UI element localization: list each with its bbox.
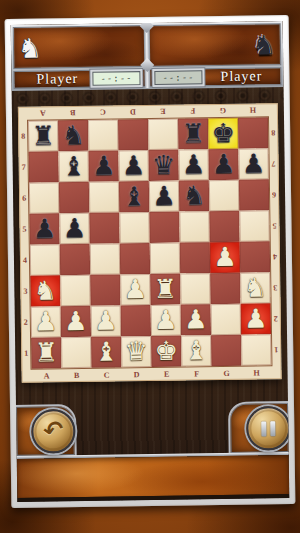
square-d4[interactable] (120, 243, 150, 274)
black-queen[interactable]: ♛ (152, 151, 176, 177)
white-player-clock: --:-- (92, 71, 140, 86)
rank-label-3: 3 (20, 276, 30, 307)
rank-label-7: 7 (268, 148, 278, 179)
file-label-c: C (88, 105, 118, 119)
file-label-a: A (31, 368, 61, 382)
file-label-g: G (211, 366, 241, 380)
rank-label-1: 1 (21, 338, 31, 369)
white-rook[interactable]: ♜ (154, 275, 178, 301)
rank-label-6: 6 (269, 179, 279, 210)
square-f2[interactable]: ♟ (181, 304, 211, 335)
square-c5[interactable] (89, 212, 119, 243)
square-h7[interactable]: ♟ (238, 148, 268, 179)
black-knight[interactable]: ♞ (61, 121, 85, 147)
square-h8[interactable] (238, 117, 268, 148)
square-b4[interactable] (60, 244, 90, 275)
square-e1[interactable]: ♚ (151, 336, 181, 367)
black-pawn[interactable]: ♟ (242, 150, 266, 176)
white-pawn[interactable]: ♟ (34, 308, 58, 334)
white-pawn[interactable]: ♟ (213, 243, 237, 269)
chess-app: ♞ ♞ Player --:-- --:-- Player (0, 0, 300, 533)
file-label-b: B (61, 368, 91, 382)
rank-label-4: 4 (20, 245, 30, 276)
black-bishop[interactable]: ♝ (62, 152, 86, 178)
square-a8[interactable]: ♜ (28, 120, 58, 151)
white-knight[interactable]: ♞ (34, 277, 58, 303)
square-f3[interactable] (180, 273, 210, 304)
white-pawn[interactable]: ♟ (184, 306, 208, 332)
file-label-g: G (208, 104, 238, 118)
square-d2[interactable] (121, 305, 151, 336)
chess-board: ABCDEFGH ABCDEFGH 87654321 87654321 ♜♞♜♚… (18, 103, 282, 383)
black-player-name: Player (220, 68, 262, 85)
black-pawn[interactable]: ♟ (152, 182, 176, 208)
white-pawn[interactable]: ♟ (154, 306, 178, 332)
white-rook[interactable]: ♜ (34, 339, 58, 365)
square-g6[interactable] (209, 180, 239, 211)
square-b2[interactable]: ♟ (61, 306, 91, 337)
black-player-panel: ♞ (148, 23, 282, 67)
black-player-bar: --:-- Player (148, 67, 281, 87)
square-b1[interactable] (61, 337, 91, 368)
black-pawn[interactable]: ♟ (33, 215, 57, 241)
square-b5[interactable]: ♟ (59, 213, 89, 244)
outer-frame: ♞ ♞ Player --:-- --:-- Player (5, 15, 296, 508)
white-player-name: Player (36, 71, 78, 88)
square-c4[interactable] (90, 243, 120, 274)
square-a5[interactable]: ♟ (29, 213, 59, 244)
white-player-panel: ♞ (13, 25, 147, 69)
square-h6[interactable] (239, 179, 269, 210)
square-f5[interactable] (179, 211, 209, 242)
square-e5[interactable] (149, 212, 179, 243)
rank-label-2: 2 (21, 307, 31, 338)
header: ♞ ♞ Player --:-- --:-- Player (11, 21, 284, 91)
square-c3[interactable] (90, 274, 120, 305)
black-pawn[interactable]: ♟ (63, 214, 87, 240)
pause-icon (259, 421, 277, 436)
file-label-e: E (151, 367, 181, 381)
square-h4[interactable] (240, 241, 270, 272)
white-pawn[interactable]: ♟ (94, 307, 118, 333)
square-a3[interactable]: ♞ (30, 275, 60, 306)
square-g1[interactable] (211, 335, 241, 366)
rank-label-8: 8 (268, 117, 278, 148)
square-e3[interactable]: ♜ (150, 274, 180, 305)
black-player-clock: --:-- (154, 70, 202, 85)
white-player-bar: Player --:-- (13, 69, 146, 89)
black-bishop[interactable]: ♝ (122, 183, 146, 209)
black-king[interactable]: ♚ (211, 119, 235, 145)
rank-label-5: 5 (19, 214, 29, 245)
pause-button[interactable] (246, 406, 289, 451)
file-label-a: A (28, 106, 58, 120)
black-knight-icon: ♞ (250, 26, 278, 62)
black-rook[interactable]: ♜ (31, 122, 55, 148)
file-label-h: H (238, 103, 268, 117)
square-a2[interactable]: ♟ (31, 306, 61, 337)
square-h5[interactable] (239, 210, 269, 241)
copper-band (17, 455, 290, 498)
square-h3[interactable]: ♞ (240, 272, 270, 303)
black-pawn[interactable]: ♟ (92, 152, 116, 178)
file-label-d: D (121, 367, 151, 381)
white-pawn[interactable]: ♟ (244, 305, 268, 331)
rank-label-5: 5 (269, 210, 279, 241)
square-h2[interactable]: ♟ (241, 303, 271, 334)
white-king[interactable]: ♚ (154, 337, 178, 363)
file-label-f: F (181, 366, 211, 380)
white-knight-icon: ♞ (16, 29, 44, 65)
board-grid: ♜♞♜♚♝♟♟♛♟♟♟♝♟♞♟♟♟♞♟♜♞♟♟♟♟♟♟♜♝♛♚♝ (28, 117, 271, 368)
file-label-d: D (118, 105, 148, 119)
square-e7[interactable]: ♛ (148, 150, 178, 181)
file-label-e: E (148, 105, 178, 119)
black-pawn[interactable]: ♟ (212, 150, 236, 176)
square-c2[interactable]: ♟ (91, 305, 121, 336)
square-f1[interactable]: ♝ (181, 335, 211, 366)
header-divider-ornament (144, 24, 151, 88)
square-f6[interactable]: ♞ (179, 180, 209, 211)
square-d8[interactable] (118, 119, 148, 150)
white-knight[interactable]: ♞ (244, 274, 268, 300)
square-e2[interactable]: ♟ (151, 305, 181, 336)
square-d7[interactable]: ♟ (118, 150, 148, 181)
file-label-f: F (178, 104, 208, 118)
square-a4[interactable] (30, 244, 60, 275)
square-b3[interactable] (60, 275, 90, 306)
white-queen[interactable]: ♛ (124, 338, 148, 364)
rank-label-4: 4 (270, 241, 280, 272)
square-b6[interactable] (59, 182, 89, 213)
square-b8[interactable]: ♞ (58, 120, 88, 151)
square-d6[interactable]: ♝ (119, 181, 149, 212)
black-knight[interactable]: ♞ (182, 182, 206, 208)
square-c8[interactable] (88, 119, 118, 150)
white-pawn[interactable]: ♟ (64, 307, 88, 333)
white-bishop[interactable]: ♝ (184, 337, 208, 363)
square-g2[interactable] (211, 304, 241, 335)
square-e6[interactable]: ♟ (149, 181, 179, 212)
black-rook[interactable]: ♜ (181, 120, 205, 146)
file-label-b: B (58, 106, 88, 120)
black-pawn[interactable]: ♟ (122, 152, 146, 178)
square-g4[interactable]: ♟ (210, 242, 240, 273)
square-c6[interactable] (89, 181, 119, 212)
square-g3[interactable] (210, 273, 240, 304)
square-g8[interactable]: ♚ (208, 118, 238, 149)
square-b7[interactable]: ♝ (58, 151, 88, 182)
square-e4[interactable] (150, 243, 180, 274)
square-c1[interactable]: ♝ (91, 336, 121, 367)
rank-label-8: 8 (18, 121, 28, 152)
square-a1[interactable]: ♜ (31, 337, 61, 368)
square-d3[interactable]: ♟ (120, 274, 150, 305)
square-g7[interactable]: ♟ (208, 149, 238, 180)
square-f8[interactable]: ♜ (178, 118, 208, 149)
square-a6[interactable] (29, 182, 59, 213)
file-label-c: C (91, 367, 121, 381)
square-c7[interactable]: ♟ (88, 150, 118, 181)
square-g5[interactable] (209, 211, 239, 242)
rank-label-2: 2 (271, 303, 281, 334)
rank-label-6: 6 (19, 183, 29, 214)
rank-label-1: 1 (271, 334, 281, 365)
square-e8[interactable] (148, 119, 178, 150)
square-f7[interactable]: ♟ (178, 149, 208, 180)
rank-label-3: 3 (270, 272, 280, 303)
undo-icon: ↶ (41, 414, 65, 445)
white-bishop[interactable]: ♝ (94, 338, 118, 364)
square-d5[interactable] (119, 212, 149, 243)
rank-label-7: 7 (18, 152, 28, 183)
square-f4[interactable] (180, 242, 210, 273)
square-h1[interactable] (241, 334, 271, 365)
square-a7[interactable] (28, 151, 58, 182)
wood-surface: ♞ ♞ Player --:-- --:-- Player (11, 21, 290, 502)
square-d1[interactable]: ♛ (121, 336, 151, 367)
white-pawn[interactable]: ♟ (124, 276, 148, 302)
black-pawn[interactable]: ♟ (182, 151, 206, 177)
file-label-h: H (241, 365, 271, 379)
